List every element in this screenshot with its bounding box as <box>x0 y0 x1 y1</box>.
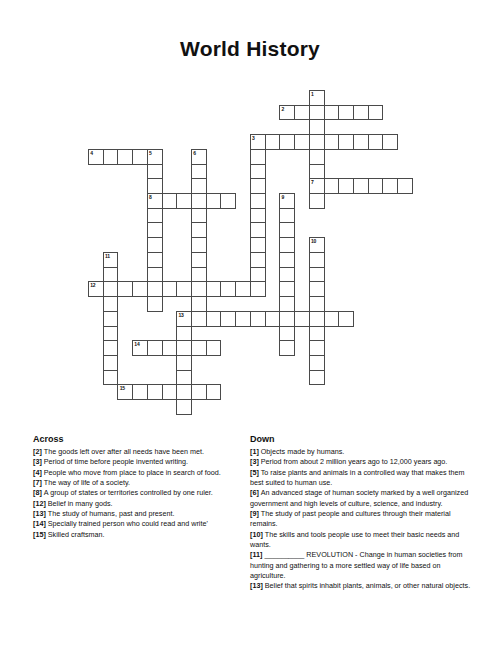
clue-number: 7 <box>311 179 314 185</box>
grid-cell[interactable] <box>206 384 222 400</box>
across-clue-number: [8] <box>33 488 44 497</box>
grid-cell[interactable] <box>309 281 325 297</box>
grid-cell[interactable] <box>176 193 192 209</box>
across-clue-number: [13] <box>33 509 48 518</box>
grid-cell[interactable] <box>338 178 354 194</box>
grid-cell[interactable] <box>338 134 354 150</box>
grid-cell[interactable]: 11 <box>103 252 119 268</box>
grid-cell[interactable] <box>250 222 266 238</box>
grid-cell[interactable] <box>309 119 325 135</box>
across-clue-12: [12] Belief in many gods. <box>33 499 247 509</box>
grid-cell[interactable] <box>191 164 207 180</box>
grid-cell[interactable] <box>147 237 163 253</box>
grid-cell[interactable] <box>235 281 251 297</box>
grid-cell[interactable] <box>206 311 222 327</box>
down-clue-number: [3] <box>250 457 261 466</box>
grid-cell[interactable] <box>103 149 119 165</box>
clue-number: 1 <box>311 91 314 97</box>
grid-cell[interactable] <box>191 296 207 312</box>
grid-cell[interactable] <box>191 178 207 194</box>
grid-cell[interactable] <box>117 281 133 297</box>
grid-cell[interactable] <box>279 326 295 342</box>
grid-cell[interactable] <box>176 370 192 386</box>
grid-cell[interactable] <box>103 326 119 342</box>
grid-cell[interactable] <box>191 281 207 297</box>
grid-cell[interactable] <box>206 193 222 209</box>
grid-cell[interactable] <box>103 340 119 356</box>
across-clue-13: [13] The study of humans, past and prese… <box>33 509 247 519</box>
grid-cell[interactable] <box>279 267 295 283</box>
grid-cell[interactable] <box>191 208 207 224</box>
grid-cell[interactable] <box>235 311 251 327</box>
down-clues-section: Down [1] Objects made by humans.[3] Peri… <box>250 434 477 592</box>
across-clue-2: [2] The goods left over after all needs … <box>33 447 247 457</box>
grid-cell[interactable]: 14 <box>132 340 148 356</box>
clue-number: 12 <box>90 282 95 288</box>
clue-number: 2 <box>282 106 285 112</box>
down-clue-number: [13] <box>250 581 265 590</box>
grid-cell[interactable] <box>353 105 369 121</box>
grid-cell[interactable] <box>162 384 178 400</box>
down-clue-number: [1] <box>250 447 261 456</box>
clue-number: 8 <box>149 194 152 200</box>
grid-cell[interactable]: 7 <box>309 178 325 194</box>
grid-cell[interactable] <box>309 340 325 356</box>
grid-cell[interactable] <box>191 384 207 400</box>
grid-cell[interactable] <box>279 340 295 356</box>
grid-cell[interactable]: 13 <box>176 311 192 327</box>
across-clues-section: Across [2] The goods left over after all… <box>33 434 247 540</box>
across-clue-list: [2] The goods left over after all needs … <box>33 447 247 540</box>
grid-cell[interactable]: 15 <box>117 384 133 400</box>
grid-cell[interactable] <box>250 178 266 194</box>
grid-cell[interactable] <box>103 281 119 297</box>
across-clue-number: [14] <box>33 519 48 528</box>
grid-cell[interactable] <box>117 149 133 165</box>
grid-cell[interactable] <box>368 178 384 194</box>
grid-cell[interactable] <box>103 311 119 327</box>
grid-cell[interactable] <box>309 296 325 312</box>
grid-cell[interactable] <box>191 193 207 209</box>
across-clue-14: [14] Specially trained person who could … <box>33 519 247 529</box>
grid-cell[interactable] <box>265 134 281 150</box>
grid-cell[interactable] <box>324 134 340 150</box>
grid-cell[interactable] <box>338 105 354 121</box>
grid-cell[interactable] <box>324 311 340 327</box>
grid-cell[interactable] <box>103 267 119 283</box>
grid-cell[interactable] <box>147 296 163 312</box>
grid-cell[interactable] <box>176 384 192 400</box>
clue-number: 14 <box>134 341 139 347</box>
grid-cell[interactable] <box>368 105 384 121</box>
grid-cell[interactable] <box>220 281 236 297</box>
grid-cell[interactable] <box>103 296 119 312</box>
grid-cell[interactable] <box>279 281 295 297</box>
down-header: Down <box>250 434 477 444</box>
grid-cell[interactable] <box>279 296 295 312</box>
across-clue-15: [15] Skilled craftsman. <box>33 530 247 540</box>
down-clue-10: [10] The skills and tools people use to … <box>250 530 477 551</box>
grid-cell[interactable] <box>309 149 325 165</box>
clue-number: 15 <box>120 385 125 391</box>
grid-cell[interactable] <box>162 281 178 297</box>
grid-cell[interactable] <box>103 370 119 386</box>
across-clue-8: [8] A group of states or territories con… <box>33 488 247 498</box>
crossword-grid: 123456789101112131415 <box>88 90 413 415</box>
grid-cell[interactable] <box>176 326 192 342</box>
grid-cell[interactable] <box>147 384 163 400</box>
grid-cell[interactable] <box>309 326 325 342</box>
grid-cell[interactable] <box>250 149 266 165</box>
grid-cell[interactable]: 6 <box>191 149 207 165</box>
grid-cell[interactable] <box>176 399 192 415</box>
grid-cell[interactable] <box>250 193 266 209</box>
grid-cell[interactable] <box>147 208 163 224</box>
grid-cell[interactable] <box>309 311 325 327</box>
grid-cell[interactable] <box>250 252 266 268</box>
grid-cell[interactable]: 5 <box>147 149 163 165</box>
down-clue-1: [1] Objects made by humans. <box>250 447 477 457</box>
grid-cell[interactable] <box>147 340 163 356</box>
clue-number: 10 <box>311 238 316 244</box>
grid-cell[interactable] <box>147 252 163 268</box>
grid-cell[interactable] <box>250 281 266 297</box>
across-clue-number: [3] <box>33 457 44 466</box>
grid-cell[interactable] <box>279 237 295 253</box>
grid-cell[interactable] <box>147 281 163 297</box>
grid-cell[interactable] <box>309 252 325 268</box>
grid-cell[interactable] <box>191 252 207 268</box>
grid-cell[interactable] <box>250 267 266 283</box>
grid-cell[interactable] <box>220 311 236 327</box>
clue-number: 11 <box>105 253 110 259</box>
grid-cell[interactable] <box>279 208 295 224</box>
grid-cell[interactable] <box>324 178 340 194</box>
clue-number: 13 <box>179 312 184 318</box>
grid-cell[interactable] <box>353 134 369 150</box>
grid-cell[interactable] <box>250 208 266 224</box>
grid-cell[interactable] <box>162 193 178 209</box>
grid-cell[interactable] <box>279 311 295 327</box>
grid-cell[interactable] <box>279 134 295 150</box>
grid-cell[interactable] <box>353 178 369 194</box>
down-clue-number: [10] <box>250 530 265 539</box>
down-clue-6: [6] An advanced stage of human society m… <box>250 488 477 509</box>
clue-number: 3 <box>252 135 255 141</box>
grid-cell[interactable] <box>191 340 207 356</box>
down-clue-3: [3] Period from about 2 million years ag… <box>250 457 477 467</box>
grid-cell[interactable] <box>265 311 281 327</box>
grid-cell[interactable]: 9 <box>279 193 295 209</box>
down-clue-number: [5] <box>250 468 261 477</box>
grid-cell[interactable] <box>206 281 222 297</box>
grid-cell[interactable] <box>309 105 325 121</box>
down-clue-list: [1] Objects made by humans.[3] Period fr… <box>250 447 477 592</box>
grid-cell[interactable] <box>191 267 207 283</box>
grid-cell[interactable] <box>176 340 192 356</box>
across-clue-7: [7] The way of life of a society. <box>33 478 247 488</box>
across-clue-number: [2] <box>33 447 44 456</box>
grid-cell[interactable] <box>191 222 207 238</box>
grid-cell[interactable] <box>191 311 207 327</box>
grid-cell[interactable] <box>147 178 163 194</box>
grid-cell[interactable]: 10 <box>309 237 325 253</box>
page-title: World History <box>0 37 500 61</box>
grid-cell[interactable] <box>132 384 148 400</box>
grid-cell[interactable] <box>279 252 295 268</box>
grid-cell[interactable] <box>338 311 354 327</box>
grid-cell[interactable] <box>147 267 163 283</box>
grid-cell[interactable] <box>176 355 192 371</box>
grid-cell[interactable] <box>309 370 325 386</box>
grid-cell[interactable] <box>294 311 310 327</box>
grid-cell[interactable] <box>147 164 163 180</box>
grid-cell[interactable] <box>250 237 266 253</box>
across-clue-number: [4] <box>33 468 44 477</box>
grid-cell[interactable] <box>220 193 236 209</box>
grid-cell[interactable] <box>279 222 295 238</box>
grid-cell[interactable] <box>294 105 310 121</box>
clue-number: 4 <box>90 150 93 156</box>
grid-cell[interactable]: 8 <box>147 193 163 209</box>
grid-cell[interactable] <box>206 340 222 356</box>
clue-number: 5 <box>149 150 152 156</box>
grid-cell[interactable] <box>294 134 310 150</box>
across-clue-4: [4] People who move from place to place … <box>33 468 247 478</box>
grid-cell[interactable] <box>368 134 384 150</box>
grid-cell[interactable]: 4 <box>88 149 104 165</box>
grid-cell[interactable]: 2 <box>279 105 295 121</box>
grid-cell[interactable]: 3 <box>250 134 266 150</box>
grid-cell[interactable] <box>132 281 148 297</box>
down-clue-13: [13] Belief that spirits inhabit plants,… <box>250 581 477 591</box>
across-clue-number: [12] <box>33 499 48 508</box>
clue-number: 9 <box>282 194 285 200</box>
down-clue-11: [11] __________ REVOLUTION - Change in h… <box>250 550 477 581</box>
crossword-worksheet: World History 123456789101112131415 Acro… <box>0 0 500 647</box>
across-clue-number: [15] <box>33 530 48 539</box>
grid-cell[interactable] <box>309 267 325 283</box>
across-clue-3: [3] Period of time before people invente… <box>33 457 247 467</box>
down-clue-number: [9] <box>250 509 261 518</box>
grid-cell[interactable] <box>103 355 119 371</box>
grid-cell[interactable] <box>324 105 340 121</box>
grid-cell[interactable] <box>309 134 325 150</box>
grid-cell[interactable] <box>382 178 398 194</box>
across-clue-number: [7] <box>33 478 44 487</box>
grid-cell[interactable] <box>309 355 325 371</box>
grid-cell[interactable] <box>147 222 163 238</box>
down-clue-9: [9] The study of past people and culture… <box>250 509 477 530</box>
down-clue-number: [11] <box>250 550 264 559</box>
grid-cell[interactable] <box>250 311 266 327</box>
clue-number: 6 <box>193 150 196 156</box>
grid-cell[interactable] <box>309 164 325 180</box>
grid-cell[interactable] <box>397 178 413 194</box>
grid-cell[interactable] <box>132 149 148 165</box>
grid-cell[interactable]: 12 <box>88 281 104 297</box>
down-clue-number: [6] <box>250 488 261 497</box>
down-clue-5: [5] To raise plants and animals in a con… <box>250 468 477 489</box>
grid-cell[interactable] <box>191 237 207 253</box>
grid-cell[interactable] <box>162 340 178 356</box>
grid-cell[interactable] <box>176 281 192 297</box>
grid-cell[interactable]: 1 <box>309 90 325 106</box>
across-header: Across <box>33 434 247 444</box>
grid-cell[interactable] <box>309 193 325 209</box>
grid-cell[interactable] <box>382 134 398 150</box>
grid-cell[interactable] <box>250 164 266 180</box>
